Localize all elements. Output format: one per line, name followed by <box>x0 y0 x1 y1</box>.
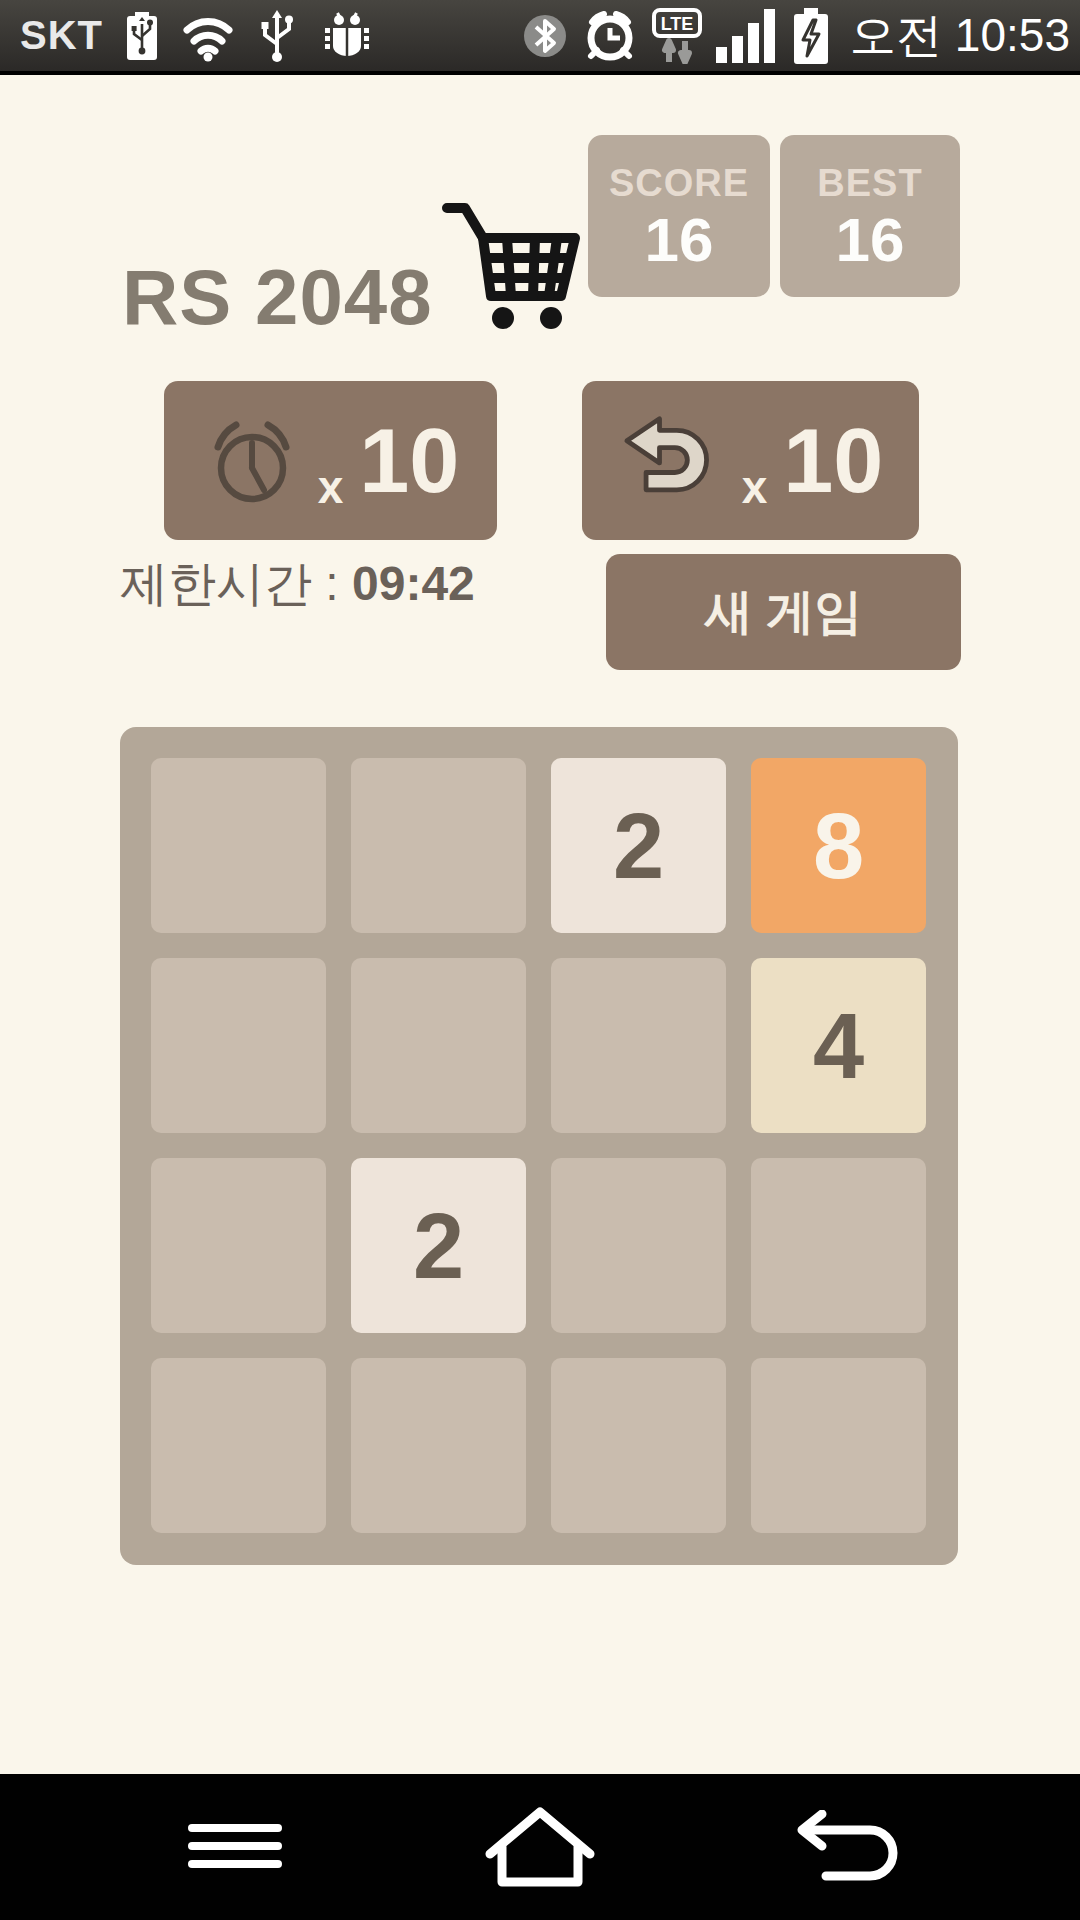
tile-r0c2-2: 2 <box>551 758 726 933</box>
menu-button[interactable] <box>170 1774 300 1920</box>
tile-r0c3-8: 8 <box>751 758 926 933</box>
undo-arrow-icon <box>618 413 726 509</box>
usb-storage-icon <box>125 10 159 62</box>
score-value: 16 <box>645 209 714 271</box>
new-game-button[interactable]: 새 게임 <box>606 554 961 670</box>
navigation-bar <box>0 1774 1080 1920</box>
debug-bug-icon <box>319 10 375 62</box>
home-icon <box>480 1806 600 1888</box>
bluetooth-icon <box>522 13 568 59</box>
alarm-icon <box>582 10 638 62</box>
cell-r3c3-empty <box>751 1358 926 1533</box>
carrier-label: SKT <box>20 13 103 58</box>
cell-r0c1-empty <box>351 758 526 933</box>
shopping-cart-icon[interactable] <box>435 192 585 342</box>
new-game-label: 새 게임 <box>705 580 862 644</box>
status-bar-right: LTE 오전 10:53 <box>522 5 1080 67</box>
add-time-button[interactable]: x 10 <box>164 381 497 540</box>
wifi-icon <box>181 10 235 62</box>
cell-r2c3-empty <box>751 1158 926 1333</box>
app-title: RS 2048 <box>122 252 433 343</box>
board-grid[interactable]: 2842 <box>120 727 958 1565</box>
undo-multiplier-prefix: x <box>742 460 768 514</box>
best-label: BEST <box>817 162 922 205</box>
time-powerup-count: 10 <box>359 416 459 506</box>
undo-powerup-count: 10 <box>783 416 883 506</box>
cell-r1c0-empty <box>151 958 326 1133</box>
back-button[interactable] <box>785 1774 915 1920</box>
score-box: SCORE 16 <box>588 135 770 297</box>
cell-r2c0-empty <box>151 1158 326 1333</box>
usb-icon <box>257 8 297 64</box>
cell-r2c2-empty <box>551 1158 726 1333</box>
cell-r0c0-empty <box>151 758 326 933</box>
time-limit-row: 제한시간 : 09:42 <box>120 552 475 616</box>
clock-time: 오전 10:53 <box>850 5 1070 67</box>
battery-charging-icon <box>792 8 830 64</box>
cell-r3c0-empty <box>151 1358 326 1533</box>
tile-r2c1-2: 2 <box>351 1158 526 1333</box>
home-button[interactable] <box>475 1774 605 1920</box>
cell-r3c1-empty <box>351 1358 526 1533</box>
back-icon <box>796 1810 904 1884</box>
best-value: 16 <box>836 209 905 271</box>
undo-button[interactable]: x 10 <box>582 381 919 540</box>
cell-r1c1-empty <box>351 958 526 1133</box>
score-label: SCORE <box>609 162 749 205</box>
lte-data-icon: LTE <box>652 8 702 64</box>
app-screen: SKT <box>0 0 1080 1920</box>
svg-text:LTE: LTE <box>661 14 694 34</box>
time-limit-label: 제한시간 : <box>120 557 352 610</box>
alarm-clock-icon <box>202 411 302 511</box>
cell-r3c2-empty <box>551 1358 726 1533</box>
signal-strength-icon <box>716 9 778 63</box>
best-box: BEST 16 <box>780 135 960 297</box>
time-limit-value: 09:42 <box>352 557 475 610</box>
time-multiplier-prefix: x <box>318 460 344 514</box>
status-bar-left: SKT <box>0 8 375 64</box>
tile-r1c3-4: 4 <box>751 958 926 1133</box>
cell-r1c2-empty <box>551 958 726 1133</box>
status-bar: SKT <box>0 0 1080 75</box>
menu-icon <box>188 1824 282 1870</box>
